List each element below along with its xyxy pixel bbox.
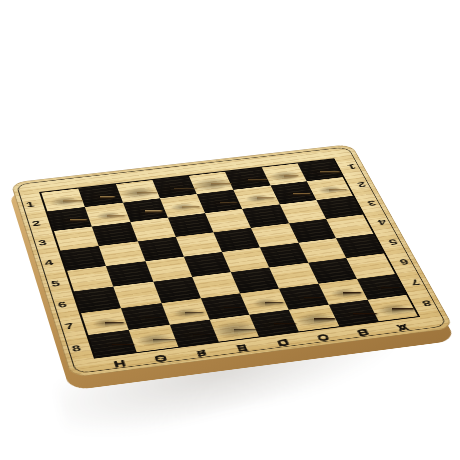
rank-label-right-4: 4 xyxy=(376,218,388,226)
file-label-top-C: C xyxy=(315,332,330,342)
file-label-top-H: H xyxy=(112,358,126,368)
file-label-bottom-D: D xyxy=(275,337,290,347)
rank-label-right-2: 2 xyxy=(356,181,368,189)
rank-label-left-3: 3 xyxy=(37,238,48,247)
rank-label-left-4: 4 xyxy=(43,258,54,267)
scene: 1122334455667788HHGGFFEEDDCCBBAA ♜♞♝♛♚♝♞… xyxy=(0,0,460,460)
file-label-bottom-E: E xyxy=(235,343,249,353)
rank-label-left-2: 2 xyxy=(31,219,41,227)
black-rook-icon: ♜ xyxy=(79,282,146,356)
file-label-top-G: G xyxy=(153,353,168,363)
rank-label-right-3: 3 xyxy=(366,199,378,207)
white-pawn-icon: ♟ xyxy=(44,171,95,228)
file-label-top-A: A xyxy=(395,322,410,332)
chess-board: 1122334455667788HHGGFFEEDDCCBBAA ♜♞♝♛♚♝♞… xyxy=(10,144,454,378)
file-label-top-D: D xyxy=(275,337,290,347)
file-label-top-E: E xyxy=(235,343,249,353)
chess-set-photo: 1122334455667788HHGGFFEEDDCCBBAA ♜♞♝♛♚♝♞… xyxy=(0,0,460,460)
file-label-top-F: F xyxy=(195,348,208,358)
file-label-bottom-A: A xyxy=(395,322,410,332)
file-label-bottom-H: H xyxy=(112,358,126,368)
rank-label-left-6: 6 xyxy=(57,299,68,308)
file-label-top-B: B xyxy=(355,327,370,337)
rank-label-left-5: 5 xyxy=(50,278,61,287)
rank-label-left-7: 7 xyxy=(63,321,74,330)
file-label-bottom-F: F xyxy=(195,348,208,358)
file-label-bottom-G: G xyxy=(153,353,168,363)
file-label-bottom-B: B xyxy=(355,327,370,337)
file-label-bottom-C: C xyxy=(315,332,330,342)
